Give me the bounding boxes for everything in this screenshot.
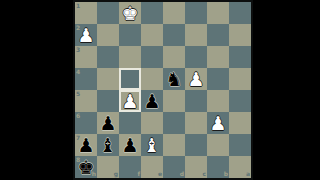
square-h3: 3 <box>75 46 97 68</box>
rank-label-2: 2 <box>76 25 80 31</box>
square-d4: ♞ <box>163 68 185 90</box>
square-c7 <box>185 134 207 156</box>
square-b4 <box>207 68 229 90</box>
square-d1 <box>163 2 185 24</box>
square-e1 <box>141 2 163 24</box>
square-b8: b <box>207 156 229 178</box>
square-a2 <box>229 24 251 46</box>
letterbox-left <box>0 0 73 180</box>
square-g2 <box>97 24 119 46</box>
piece-white-pawn: ♟ <box>75 24 97 46</box>
square-c1 <box>185 2 207 24</box>
square-f1: ♚ <box>119 2 141 24</box>
video-frame: { "game": "chess", "position": { "fen": … <box>0 0 320 180</box>
square-a3 <box>229 46 251 68</box>
square-c3 <box>185 46 207 68</box>
square-a4 <box>229 68 251 90</box>
square-e4 <box>141 68 163 90</box>
square-g4 <box>97 68 119 90</box>
square-a8: a <box>229 156 251 178</box>
square-f6 <box>119 112 141 134</box>
square-a6 <box>229 112 251 134</box>
piece-white-pawn: ♟ <box>185 68 207 90</box>
piece-black-bishop: ♝ <box>97 134 119 156</box>
square-a1 <box>229 2 251 24</box>
square-h7: 7♟ <box>75 134 97 156</box>
chessboard-frame: 1♚2♟34♞♟5♟♟6♟♟7♟♝♟♝8h♚gfedcba <box>73 0 253 180</box>
square-d5 <box>163 90 185 112</box>
piece-black-knight: ♞ <box>163 68 185 90</box>
square-a5 <box>229 90 251 112</box>
piece-white-pawn: ♟ <box>119 90 141 112</box>
chessboard: 1♚2♟34♞♟5♟♟6♟♟7♟♝♟♝8h♚gfedcba <box>75 2 251 178</box>
square-h8: 8h♚ <box>75 156 97 178</box>
square-a7 <box>229 134 251 156</box>
square-f3 <box>119 46 141 68</box>
rank-label-4: 4 <box>76 69 80 75</box>
square-g6: ♟ <box>97 112 119 134</box>
square-d7 <box>163 134 185 156</box>
square-f5: ♟ <box>119 90 141 112</box>
square-e3 <box>141 46 163 68</box>
file-label-f: f <box>137 171 140 177</box>
file-label-d: d <box>180 171 184 177</box>
piece-black-pawn: ♟ <box>141 90 163 112</box>
square-b2 <box>207 24 229 46</box>
piece-black-king: ♚ <box>75 156 97 178</box>
square-g3 <box>97 46 119 68</box>
file-label-b: b <box>224 171 228 177</box>
piece-black-pawn: ♟ <box>97 112 119 134</box>
square-g5 <box>97 90 119 112</box>
square-b1 <box>207 2 229 24</box>
square-e7: ♝ <box>141 134 163 156</box>
rank-label-5: 5 <box>76 91 80 97</box>
rank-label-6: 6 <box>76 113 80 119</box>
piece-white-pawn: ♟ <box>207 112 229 134</box>
piece-black-pawn: ♟ <box>75 134 97 156</box>
square-f7: ♟ <box>119 134 141 156</box>
square-g7: ♝ <box>97 134 119 156</box>
file-label-c: c <box>202 171 206 177</box>
square-e2 <box>141 24 163 46</box>
square-c8: c <box>185 156 207 178</box>
square-f8: f <box>119 156 141 178</box>
square-e5: ♟ <box>141 90 163 112</box>
piece-white-bishop: ♝ <box>141 134 163 156</box>
square-h5: 5 <box>75 90 97 112</box>
square-f4 <box>119 68 141 90</box>
square-c5 <box>185 90 207 112</box>
file-label-h: h <box>92 171 96 177</box>
square-g8: g <box>97 156 119 178</box>
rank-label-1: 1 <box>76 3 80 9</box>
rank-label-8: 8 <box>76 157 80 163</box>
square-d8: d <box>163 156 185 178</box>
file-label-a: a <box>246 171 250 177</box>
letterbox-right <box>253 0 320 180</box>
file-label-g: g <box>114 171 118 177</box>
file-label-e: e <box>158 171 162 177</box>
square-b5 <box>207 90 229 112</box>
rank-label-7: 7 <box>76 135 80 141</box>
square-b7 <box>207 134 229 156</box>
rank-label-3: 3 <box>76 47 80 53</box>
piece-white-king: ♚ <box>119 2 141 24</box>
square-c4: ♟ <box>185 68 207 90</box>
square-h2: 2♟ <box>75 24 97 46</box>
square-g1 <box>97 2 119 24</box>
square-c6 <box>185 112 207 134</box>
square-d6 <box>163 112 185 134</box>
square-e8: e <box>141 156 163 178</box>
square-h1: 1 <box>75 2 97 24</box>
square-d3 <box>163 46 185 68</box>
square-b6: ♟ <box>207 112 229 134</box>
square-f2 <box>119 24 141 46</box>
square-e6 <box>141 112 163 134</box>
piece-black-pawn: ♟ <box>119 134 141 156</box>
square-h6: 6 <box>75 112 97 134</box>
square-d2 <box>163 24 185 46</box>
square-h4: 4 <box>75 68 97 90</box>
square-b3 <box>207 46 229 68</box>
square-c2 <box>185 24 207 46</box>
